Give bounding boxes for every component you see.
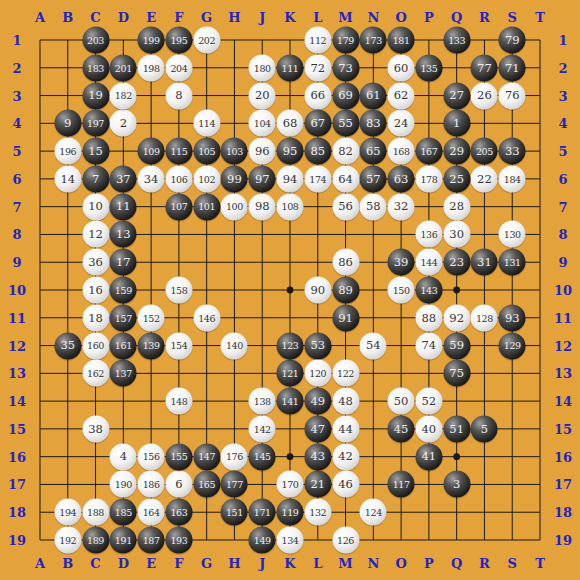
stone-O1: 181 [388,27,415,54]
stone-J18: 171 [249,499,276,526]
col-label-top-H: H [228,11,240,24]
col-label-bottom-O: O [395,557,406,570]
stone-S11: 93 [499,304,526,331]
stone-O9: 39 [388,249,415,276]
stone-J2: 180 [249,54,276,81]
stone-M16: 42 [332,443,359,470]
stone-F2: 204 [165,54,192,81]
stone-L6: 174 [304,165,331,192]
row-label-left-15: 15 [8,422,26,435]
row-label-left-18: 18 [8,506,26,519]
stone-J6: 97 [249,165,276,192]
row-label-left-2: 2 [12,61,21,74]
stone-D13: 137 [110,360,137,387]
stone-H18: 151 [221,499,248,526]
stone-P8: 136 [415,221,442,248]
stone-G6: 102 [193,165,220,192]
row-label-right-9: 9 [558,256,567,269]
stone-B19: 192 [54,527,81,554]
stone-L3: 66 [304,82,331,109]
stone-O2: 60 [388,54,415,81]
stone-S6: 184 [499,165,526,192]
stone-O10: 150 [388,277,415,304]
col-label-bottom-C: C [90,557,100,570]
stone-D3: 182 [110,82,137,109]
stone-F19: 193 [165,527,192,554]
stone-K17: 170 [277,471,304,498]
row-label-left-11: 11 [8,311,26,324]
stone-M4: 55 [332,110,359,137]
stone-R15: 5 [471,415,498,442]
row-label-right-12: 12 [554,339,572,352]
col-label-top-D: D [118,11,129,24]
stone-Q1: 133 [443,27,470,54]
stone-C6: 7 [82,165,109,192]
stone-J14: 138 [249,388,276,415]
stone-D6: 37 [110,165,137,192]
stone-H7: 100 [221,193,248,220]
row-label-right-8: 8 [558,228,567,241]
stone-Q7: 28 [443,193,470,220]
star-point-Q10 [453,287,460,294]
row-label-right-10: 10 [554,284,572,297]
stone-L13: 120 [304,360,331,387]
stone-D19: 191 [110,527,137,554]
stone-D4: 2 [110,110,137,137]
col-label-bottom-R: R [479,557,490,570]
stone-N1: 173 [360,27,387,54]
stone-K12: 123 [277,332,304,359]
stone-L5: 85 [304,138,331,165]
stone-J3: 20 [249,82,276,109]
row-label-left-1: 1 [12,34,21,47]
stone-O14: 50 [388,388,415,415]
row-label-right-18: 18 [554,506,572,519]
stone-M2: 73 [332,54,359,81]
col-label-bottom-M: M [338,557,352,570]
stone-C9: 36 [82,249,109,276]
stone-F3: 8 [165,82,192,109]
row-label-left-6: 6 [12,172,21,185]
stone-L10: 90 [304,277,331,304]
stone-N6: 57 [360,165,387,192]
stone-S3: 76 [499,82,526,109]
stone-F10: 158 [165,277,192,304]
stone-L18: 132 [304,499,331,526]
stone-M14: 48 [332,388,359,415]
stone-F12: 154 [165,332,192,359]
go-board[interactable]: AABBCCDDEEFFGGHHJJKKLLMMNNOOPPQQRRSSTT11… [0,0,580,580]
stone-K19: 134 [277,527,304,554]
stone-M10: 89 [332,277,359,304]
stone-L2: 72 [304,54,331,81]
stone-D10: 159 [110,277,137,304]
row-label-right-17: 17 [554,478,572,491]
row-label-left-5: 5 [12,145,21,158]
stone-L17: 21 [304,471,331,498]
stone-C12: 160 [82,332,109,359]
stone-Q6: 25 [443,165,470,192]
col-label-bottom-T: T [535,557,545,570]
stone-P2: 135 [415,54,442,81]
row-label-left-13: 13 [8,367,26,380]
stone-L16: 43 [304,443,331,470]
col-label-bottom-P: P [424,557,434,570]
row-label-right-6: 6 [558,172,567,185]
stone-C10: 16 [82,277,109,304]
stone-H5: 103 [221,138,248,165]
stone-M17: 46 [332,471,359,498]
stone-E16: 156 [138,443,165,470]
star-point-K10 [287,287,294,294]
stone-P6: 178 [415,165,442,192]
stone-B18: 194 [54,499,81,526]
star-point-K16 [287,453,294,460]
col-label-top-P: P [424,11,434,24]
row-label-left-19: 19 [8,534,26,547]
stone-C2: 183 [82,54,109,81]
stone-C8: 12 [82,221,109,248]
stone-J5: 96 [249,138,276,165]
row-label-right-4: 4 [558,117,567,130]
row-label-right-11: 11 [554,311,572,324]
stone-O3: 62 [388,82,415,109]
stone-M9: 86 [332,249,359,276]
stone-R11: 128 [471,304,498,331]
row-label-right-2: 2 [558,61,567,74]
stone-K13: 121 [277,360,304,387]
stone-F17: 6 [165,471,192,498]
stone-F7: 107 [165,193,192,220]
stone-E12: 139 [138,332,165,359]
row-label-left-7: 7 [12,200,21,213]
col-label-bottom-A: A [35,557,45,570]
stone-C18: 188 [82,499,109,526]
stone-G5: 105 [193,138,220,165]
stone-F5: 115 [165,138,192,165]
stone-D2: 201 [110,54,137,81]
row-label-right-13: 13 [554,367,572,380]
stone-Q13: 75 [443,360,470,387]
stone-S12: 129 [499,332,526,359]
row-label-right-5: 5 [558,145,567,158]
col-label-top-Q: Q [451,11,462,24]
stone-K6: 94 [277,165,304,192]
stone-Q11: 92 [443,304,470,331]
stone-N12: 54 [360,332,387,359]
stone-L4: 67 [304,110,331,137]
stone-H16: 176 [221,443,248,470]
stone-D8: 13 [110,221,137,248]
col-label-bottom-H: H [228,557,240,570]
row-label-right-19: 19 [554,534,572,547]
col-label-bottom-N: N [367,557,379,570]
stone-B4: 9 [54,110,81,137]
row-label-left-10: 10 [8,284,26,297]
stone-S5: 33 [499,138,526,165]
row-label-right-3: 3 [558,89,567,102]
col-label-top-M: M [338,11,352,24]
stone-H6: 99 [221,165,248,192]
col-label-bottom-B: B [62,557,73,570]
row-label-right-7: 7 [558,200,567,213]
stone-R9: 31 [471,249,498,276]
stone-O7: 32 [388,193,415,220]
stone-N18: 124 [360,499,387,526]
stone-S1: 79 [499,27,526,54]
stone-C11: 18 [82,304,109,331]
row-label-left-17: 17 [8,478,26,491]
row-label-left-4: 4 [12,117,21,130]
col-label-bottom-L: L [313,557,322,570]
col-label-top-O: O [395,11,406,24]
stone-K18: 119 [277,499,304,526]
stone-N5: 65 [360,138,387,165]
col-label-bottom-Q: Q [451,557,462,570]
col-label-top-R: R [479,11,490,24]
col-label-top-L: L [313,11,322,24]
stone-K14: 141 [277,388,304,415]
row-label-right-15: 15 [554,422,572,435]
stone-E18: 164 [138,499,165,526]
stone-P12: 74 [415,332,442,359]
col-label-bottom-E: E [146,557,156,570]
stone-D12: 161 [110,332,137,359]
col-label-top-T: T [535,11,545,24]
col-label-bottom-D: D [118,557,129,570]
stone-D11: 157 [110,304,137,331]
stone-N3: 61 [360,82,387,109]
stone-D16: 4 [110,443,137,470]
stone-K2: 111 [277,54,304,81]
stone-B12: 35 [54,332,81,359]
row-label-right-16: 16 [554,450,572,463]
stone-O5: 168 [388,138,415,165]
stone-G17: 165 [193,471,220,498]
stone-D9: 17 [110,249,137,276]
stone-L12: 53 [304,332,331,359]
stone-C19: 189 [82,527,109,554]
col-label-top-E: E [146,11,156,24]
stone-G16: 147 [193,443,220,470]
stone-O6: 63 [388,165,415,192]
stone-B6: 14 [54,165,81,192]
stone-J7: 98 [249,193,276,220]
stone-G11: 146 [193,304,220,331]
col-label-top-G: G [201,11,212,24]
stone-J15: 142 [249,415,276,442]
stone-M19: 126 [332,527,359,554]
stone-Q5: 29 [443,138,470,165]
stone-Q12: 59 [443,332,470,359]
row-label-left-14: 14 [8,395,26,408]
stone-O17: 117 [388,471,415,498]
stone-F1: 195 [165,27,192,54]
col-label-top-F: F [174,11,183,24]
stone-Q3: 27 [443,82,470,109]
stone-L1: 112 [304,27,331,54]
row-label-left-8: 8 [12,228,21,241]
col-label-top-B: B [62,11,73,24]
stone-M3: 69 [332,82,359,109]
stone-C7: 10 [82,193,109,220]
col-label-top-C: C [90,11,100,24]
stone-E11: 152 [138,304,165,331]
col-label-bottom-K: K [284,557,295,570]
stone-C13: 162 [82,360,109,387]
stone-L15: 47 [304,415,331,442]
stone-R3: 26 [471,82,498,109]
stone-B5: 196 [54,138,81,165]
stone-O15: 45 [388,415,415,442]
row-label-left-12: 12 [8,339,26,352]
stone-D7: 11 [110,193,137,220]
stone-R2: 77 [471,54,498,81]
stone-N4: 83 [360,110,387,137]
row-label-right-14: 14 [554,395,572,408]
col-label-bottom-F: F [174,557,183,570]
stone-K5: 95 [277,138,304,165]
stone-F18: 163 [165,499,192,526]
col-label-bottom-G: G [201,557,212,570]
stone-R6: 22 [471,165,498,192]
stone-F6: 106 [165,165,192,192]
stone-P10: 143 [415,277,442,304]
stone-J16: 145 [249,443,276,470]
col-label-top-S: S [508,11,517,24]
stone-O4: 24 [388,110,415,137]
stone-G4: 114 [193,110,220,137]
stone-Q8: 30 [443,221,470,248]
col-label-top-J: J [259,11,265,24]
stone-M13: 122 [332,360,359,387]
col-label-top-N: N [367,11,379,24]
col-label-bottom-S: S [508,557,517,570]
stone-R5: 205 [471,138,498,165]
stone-Q4: 1 [443,110,470,137]
stone-Q15: 51 [443,415,470,442]
stone-S2: 71 [499,54,526,81]
stone-G7: 101 [193,193,220,220]
stone-S9: 131 [499,249,526,276]
stone-M1: 179 [332,27,359,54]
stone-P15: 40 [415,415,442,442]
stone-P9: 144 [415,249,442,276]
row-label-left-9: 9 [12,256,21,269]
stone-E1: 199 [138,27,165,54]
stone-S8: 130 [499,221,526,248]
stone-E2: 198 [138,54,165,81]
stone-Q9: 23 [443,249,470,276]
stone-E17: 186 [138,471,165,498]
stone-C3: 19 [82,82,109,109]
stone-M6: 64 [332,165,359,192]
stone-C15: 38 [82,415,109,442]
stone-F14: 148 [165,388,192,415]
stone-K7: 108 [277,193,304,220]
stone-E5: 109 [138,138,165,165]
stone-P14: 52 [415,388,442,415]
stone-L14: 49 [304,388,331,415]
row-label-right-1: 1 [558,34,567,47]
stone-J19: 149 [249,527,276,554]
row-label-left-16: 16 [8,450,26,463]
stone-G1: 202 [193,27,220,54]
row-label-left-3: 3 [12,89,21,102]
stone-C5: 15 [82,138,109,165]
stone-M11: 91 [332,304,359,331]
stone-C1: 203 [82,27,109,54]
stone-K4: 68 [277,110,304,137]
stone-E19: 187 [138,527,165,554]
stone-H12: 140 [221,332,248,359]
stone-M7: 56 [332,193,359,220]
stone-P5: 167 [415,138,442,165]
stone-D18: 185 [110,499,137,526]
star-point-Q16 [453,453,460,460]
stone-H17: 177 [221,471,248,498]
stone-P11: 88 [415,304,442,331]
stone-Q17: 3 [443,471,470,498]
stone-P16: 41 [415,443,442,470]
stone-N7: 58 [360,193,387,220]
stone-C4: 197 [82,110,109,137]
stone-J4: 104 [249,110,276,137]
stone-D17: 190 [110,471,137,498]
col-label-top-K: K [284,11,295,24]
stone-M15: 44 [332,415,359,442]
stone-F16: 155 [165,443,192,470]
stone-M5: 82 [332,138,359,165]
col-label-top-A: A [35,11,45,24]
col-label-bottom-J: J [259,557,265,570]
stone-E6: 34 [138,165,165,192]
